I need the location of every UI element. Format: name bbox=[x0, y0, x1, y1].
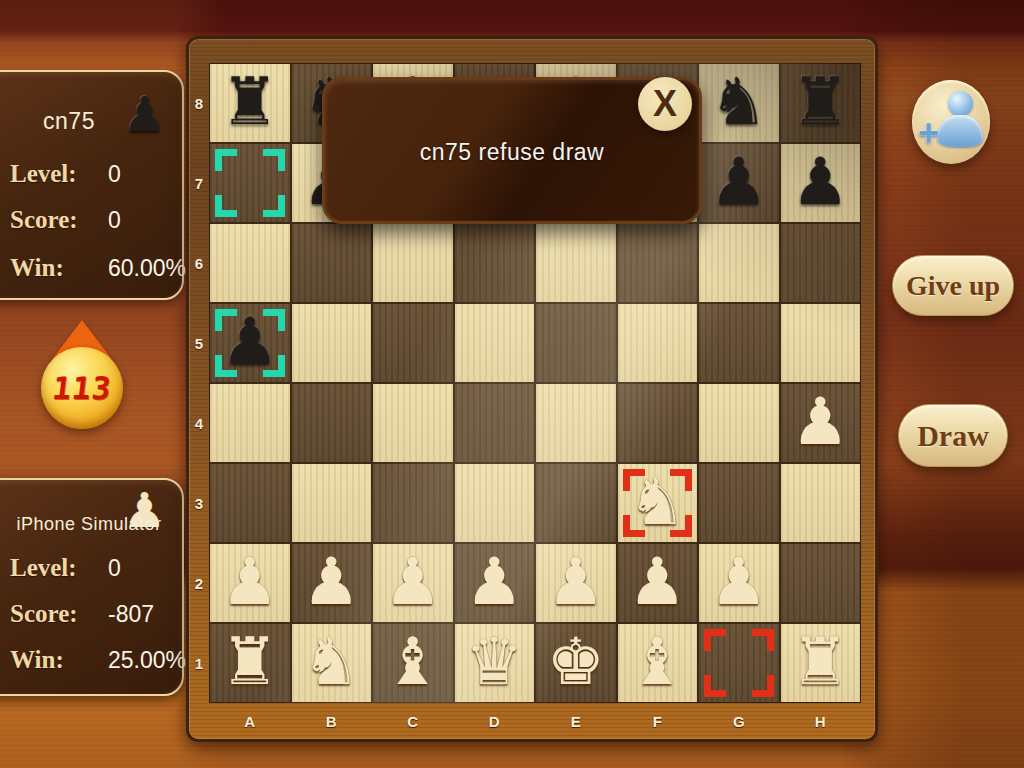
square-e2[interactable]: ♟ bbox=[536, 544, 616, 622]
win-value: 60.00% bbox=[108, 255, 186, 282]
piece-white-pawn: ♟ bbox=[384, 549, 442, 614]
square-g2[interactable]: ♟ bbox=[699, 544, 779, 622]
square-c5[interactable] bbox=[373, 304, 453, 382]
square-g3[interactable] bbox=[699, 464, 779, 542]
move-timer: 113 bbox=[30, 318, 134, 436]
piece-black-knight: ♞ bbox=[710, 69, 768, 134]
square-f4[interactable] bbox=[618, 384, 698, 462]
square-c2[interactable]: ♟ bbox=[373, 544, 453, 622]
dialog-message: cn75 refuse draw bbox=[420, 139, 604, 166]
win-value: 25.00% bbox=[108, 647, 186, 674]
square-e1[interactable]: ♚ bbox=[536, 624, 616, 702]
give-up-button[interactable]: Give up bbox=[892, 255, 1014, 316]
piece-white-pawn: ♟ bbox=[628, 549, 686, 614]
score-label: Score: bbox=[10, 600, 96, 628]
score-value: -807 bbox=[108, 601, 154, 628]
square-a8[interactable]: ♜ bbox=[210, 64, 290, 142]
lastmove-red-frame bbox=[704, 629, 774, 697]
opponent-name: cn75 bbox=[20, 108, 118, 135]
piece-white-rook: ♜ bbox=[221, 629, 279, 694]
app-root: cn75 ♟ Level: 0 Score: 0 Win: 60.00% 113… bbox=[0, 0, 1024, 768]
opponent-level-row: Level: 0 bbox=[10, 160, 121, 188]
rank-label-6: 6 bbox=[190, 223, 208, 303]
file-label-b: B bbox=[291, 705, 373, 737]
square-a5[interactable]: ♟ bbox=[210, 304, 290, 382]
piece-black-pawn: ♟ bbox=[221, 309, 279, 374]
rank-label-4: 4 bbox=[190, 383, 208, 463]
square-f1[interactable]: ♝ bbox=[618, 624, 698, 702]
rank-label-3: 3 bbox=[190, 463, 208, 543]
file-label-e: E bbox=[535, 705, 617, 737]
black-pawn-icon: ♟ bbox=[123, 90, 166, 138]
rank-label-8: 8 bbox=[190, 63, 208, 143]
square-b2[interactable]: ♟ bbox=[292, 544, 372, 622]
square-d2[interactable]: ♟ bbox=[455, 544, 535, 622]
piece-white-bishop: ♝ bbox=[384, 629, 442, 694]
square-h6[interactable] bbox=[781, 224, 861, 302]
square-g1[interactable] bbox=[699, 624, 779, 702]
square-f3[interactable]: ♞ bbox=[618, 464, 698, 542]
piece-white-pawn: ♟ bbox=[547, 549, 605, 614]
square-a7[interactable] bbox=[210, 144, 290, 222]
timer-value: 113 bbox=[36, 347, 128, 429]
piece-black-rook: ♜ bbox=[791, 69, 849, 134]
piece-white-pawn: ♟ bbox=[221, 549, 279, 614]
person-icon bbox=[948, 91, 973, 116]
file-label-a: A bbox=[209, 705, 291, 737]
piece-white-king: ♚ bbox=[547, 629, 605, 694]
square-c3[interactable] bbox=[373, 464, 453, 542]
piece-white-rook: ♜ bbox=[791, 629, 849, 694]
square-f2[interactable]: ♟ bbox=[618, 544, 698, 622]
local-player-name: iPhone Simulator bbox=[6, 514, 172, 535]
person-body-icon bbox=[937, 115, 983, 147]
square-g4[interactable] bbox=[699, 384, 779, 462]
plus-icon: + bbox=[918, 112, 939, 154]
square-b4[interactable] bbox=[292, 384, 372, 462]
square-a3[interactable] bbox=[210, 464, 290, 542]
rank-label-7: 7 bbox=[190, 143, 208, 223]
rank-label-2: 2 bbox=[190, 543, 208, 623]
opponent-panel: cn75 ♟ Level: 0 Score: 0 Win: 60.00% bbox=[0, 70, 184, 300]
piece-white-bishop: ♝ bbox=[628, 629, 686, 694]
file-label-h: H bbox=[780, 705, 862, 737]
square-h3[interactable] bbox=[781, 464, 861, 542]
square-f5[interactable] bbox=[618, 304, 698, 382]
dialog-close-button[interactable]: X bbox=[638, 77, 692, 131]
file-label-f: F bbox=[617, 705, 699, 737]
piece-white-queen: ♛ bbox=[465, 629, 523, 694]
piece-white-pawn: ♟ bbox=[710, 549, 768, 614]
square-a6[interactable] bbox=[210, 224, 290, 302]
file-label-g: G bbox=[698, 705, 780, 737]
win-label: Win: bbox=[10, 254, 96, 282]
lastmove-teal-frame bbox=[215, 149, 285, 217]
piece-white-knight: ♞ bbox=[628, 469, 686, 534]
local-score-row: Score: -807 bbox=[10, 600, 154, 628]
square-b6[interactable] bbox=[292, 224, 372, 302]
piece-white-knight: ♞ bbox=[302, 629, 360, 694]
square-f6[interactable] bbox=[618, 224, 698, 302]
score-value: 0 bbox=[108, 207, 121, 234]
opponent-win-row: Win: 60.00% bbox=[10, 254, 186, 282]
square-h8[interactable]: ♜ bbox=[781, 64, 861, 142]
piece-black-pawn: ♟ bbox=[791, 149, 849, 214]
square-d6[interactable] bbox=[455, 224, 535, 302]
square-h7[interactable]: ♟ bbox=[781, 144, 861, 222]
win-label: Win: bbox=[10, 646, 96, 674]
square-c1[interactable]: ♝ bbox=[373, 624, 453, 702]
square-a1[interactable]: ♜ bbox=[210, 624, 290, 702]
piece-black-rook: ♜ bbox=[221, 69, 279, 134]
file-label-c: C bbox=[372, 705, 454, 737]
square-c4[interactable] bbox=[373, 384, 453, 462]
square-d5[interactable] bbox=[455, 304, 535, 382]
score-label: Score: bbox=[10, 206, 96, 234]
square-c6[interactable] bbox=[373, 224, 453, 302]
add-friend-button[interactable]: + bbox=[912, 80, 990, 164]
square-d4[interactable] bbox=[455, 384, 535, 462]
level-label: Level: bbox=[10, 160, 96, 188]
file-labels: ABCDEFGH bbox=[209, 705, 861, 737]
local-level-row: Level: 0 bbox=[10, 554, 121, 582]
square-b1[interactable]: ♞ bbox=[292, 624, 372, 702]
rank-label-5: 5 bbox=[190, 303, 208, 383]
square-e3[interactable] bbox=[536, 464, 616, 542]
square-e5[interactable] bbox=[536, 304, 616, 382]
square-g5[interactable] bbox=[699, 304, 779, 382]
rank-label-1: 1 bbox=[190, 623, 208, 703]
square-a4[interactable] bbox=[210, 384, 290, 462]
square-a2[interactable]: ♟ bbox=[210, 544, 290, 622]
square-b3[interactable] bbox=[292, 464, 372, 542]
rank-labels: 87654321 bbox=[190, 63, 208, 703]
square-h5[interactable] bbox=[781, 304, 861, 382]
draw-button[interactable]: Draw bbox=[898, 404, 1008, 467]
timer-ball: 113 bbox=[41, 347, 123, 429]
local-win-row: Win: 25.00% bbox=[10, 646, 186, 674]
square-e6[interactable] bbox=[536, 224, 616, 302]
square-h4[interactable]: ♟ bbox=[781, 384, 861, 462]
level-label: Level: bbox=[10, 554, 96, 582]
square-d1[interactable]: ♛ bbox=[455, 624, 535, 702]
opponent-score-row: Score: 0 bbox=[10, 206, 121, 234]
draw-refused-dialog: cn75 refuse draw X bbox=[322, 77, 702, 224]
level-value: 0 bbox=[108, 161, 121, 188]
square-g6[interactable] bbox=[699, 224, 779, 302]
square-h2[interactable] bbox=[781, 544, 861, 622]
piece-white-pawn: ♟ bbox=[302, 549, 360, 614]
square-h1[interactable]: ♜ bbox=[781, 624, 861, 702]
file-label-d: D bbox=[454, 705, 536, 737]
square-b5[interactable] bbox=[292, 304, 372, 382]
square-d3[interactable] bbox=[455, 464, 535, 542]
piece-white-pawn: ♟ bbox=[465, 549, 523, 614]
level-value: 0 bbox=[108, 555, 121, 582]
local-player-panel: iPhone Simulator ♟ Level: 0 Score: -807 … bbox=[0, 478, 184, 696]
piece-white-pawn: ♟ bbox=[791, 389, 849, 454]
square-g8[interactable]: ♞ bbox=[699, 64, 779, 142]
square-e4[interactable] bbox=[536, 384, 616, 462]
square-g7[interactable]: ♟ bbox=[699, 144, 779, 222]
piece-black-pawn: ♟ bbox=[710, 149, 768, 214]
